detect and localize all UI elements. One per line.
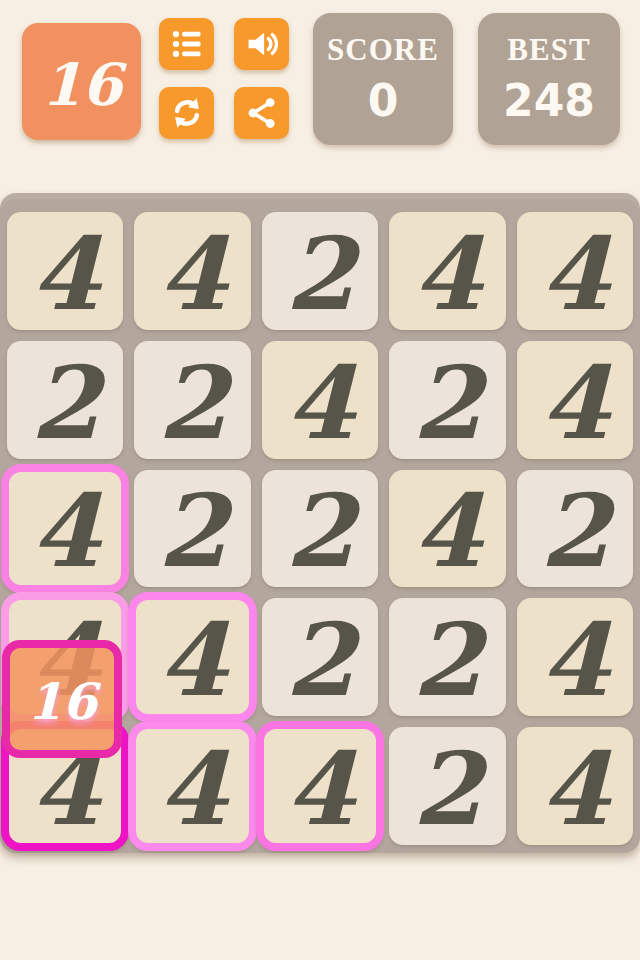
- tile-r1c5: 4: [517, 212, 633, 330]
- refresh-icon: [170, 96, 204, 130]
- score-box: SCORE 0: [313, 13, 453, 145]
- tile-r5c2: 4: [128, 721, 256, 851]
- cell-r3c1: 4: [7, 470, 123, 588]
- tile-r5c4: 2: [389, 727, 505, 845]
- score-value: 0: [368, 75, 399, 126]
- cell-r1c2: 4: [134, 212, 250, 330]
- score-label: SCORE: [327, 32, 439, 68]
- tile-r3c4: 4: [389, 470, 505, 588]
- best-box: BEST 248: [478, 13, 620, 145]
- cell-r2c4: 2: [389, 341, 505, 459]
- best-value: 248: [503, 75, 595, 126]
- cell-r1c4: 4: [389, 212, 505, 330]
- restart-button[interactable]: [159, 87, 214, 139]
- cell-r5c5: 4: [517, 727, 633, 845]
- game-board[interactable]: 4424422424422424422444424 16: [0, 193, 640, 853]
- cell-r4c3: 2: [262, 598, 378, 716]
- cell-r2c5: 4: [517, 341, 633, 459]
- game-logo: 16: [22, 23, 141, 140]
- cell-r3c5: 2: [517, 470, 633, 588]
- cell-r1c3: 2: [262, 212, 378, 330]
- tile-r2c3: 4: [262, 341, 378, 459]
- share-icon: [245, 96, 279, 130]
- tile-r5c3: 4: [256, 721, 384, 851]
- cell-r2c2: 2: [134, 341, 250, 459]
- tile-r5c5: 4: [517, 727, 633, 845]
- tile-r1c4: 4: [389, 212, 505, 330]
- tile-r3c1: 4: [1, 464, 129, 594]
- cell-r5c4: 2: [389, 727, 505, 845]
- cell-r5c3: 4: [262, 727, 378, 845]
- cell-r1c1: 4: [7, 212, 123, 330]
- merging-tile-value: 16: [27, 668, 97, 731]
- cell-r4c4: 2: [389, 598, 505, 716]
- merging-tile: 16: [2, 640, 122, 758]
- tile-r4c3: 2: [262, 598, 378, 716]
- tile-r2c4: 2: [389, 341, 505, 459]
- header-button-grid: [159, 18, 289, 139]
- cell-r4c5: 4: [517, 598, 633, 716]
- cell-r3c3: 2: [262, 470, 378, 588]
- tile-r1c1: 4: [7, 212, 123, 330]
- tile-r4c4: 2: [389, 598, 505, 716]
- tile-r4c5: 4: [517, 598, 633, 716]
- sound-button[interactable]: [234, 18, 289, 70]
- speaker-icon: [245, 27, 279, 61]
- cell-r3c2: 2: [134, 470, 250, 588]
- cell-r4c2: 4: [134, 598, 250, 716]
- list-icon: [170, 27, 204, 61]
- cell-r5c2: 4: [134, 727, 250, 845]
- tile-r2c5: 4: [517, 341, 633, 459]
- tile-r1c3: 2: [262, 212, 378, 330]
- best-label: BEST: [507, 32, 590, 68]
- cell-r2c3: 4: [262, 341, 378, 459]
- cell-r2c1: 2: [7, 341, 123, 459]
- tile-r3c2: 2: [134, 470, 250, 588]
- share-button[interactable]: [234, 87, 289, 139]
- cell-r1c5: 4: [517, 212, 633, 330]
- cell-r3c4: 4: [389, 470, 505, 588]
- tile-r4c2: 4: [128, 592, 256, 722]
- tile-r2c1: 2: [7, 341, 123, 459]
- logo-value: 16: [41, 45, 122, 119]
- menu-button[interactable]: [159, 18, 214, 70]
- tile-r1c2: 4: [134, 212, 250, 330]
- tile-r3c5: 2: [517, 470, 633, 588]
- tile-r3c3: 2: [262, 470, 378, 588]
- tile-r2c2: 2: [134, 341, 250, 459]
